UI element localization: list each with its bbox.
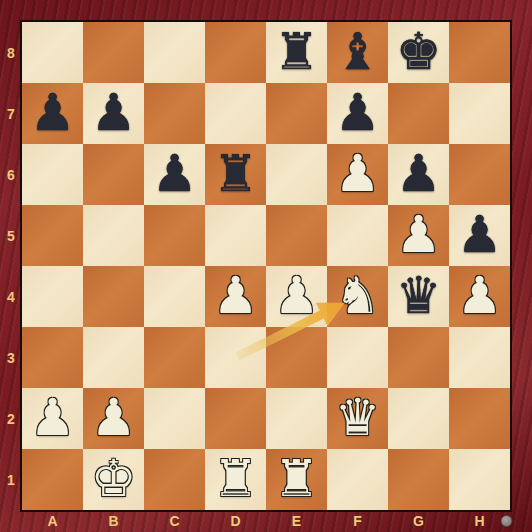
- square-h8[interactable]: [449, 22, 510, 83]
- rank-label-3: 3: [0, 327, 22, 388]
- square-c3[interactable]: [144, 327, 205, 388]
- white-pawn[interactable]: ♟: [22, 388, 83, 449]
- square-f4[interactable]: ♞: [327, 266, 388, 327]
- white-pawn[interactable]: ♟: [205, 266, 266, 327]
- square-a3[interactable]: [22, 327, 83, 388]
- black-rook[interactable]: ♜: [205, 144, 266, 205]
- file-label-e: E: [266, 510, 327, 532]
- square-b6[interactable]: [83, 144, 144, 205]
- black-bishop[interactable]: ♝: [327, 22, 388, 83]
- square-e8[interactable]: ♜: [266, 22, 327, 83]
- rank-label-2: 2: [0, 388, 22, 449]
- square-f1[interactable]: [327, 449, 388, 510]
- square-b2[interactable]: ♟: [83, 388, 144, 449]
- square-g1[interactable]: [388, 449, 449, 510]
- square-c4[interactable]: [144, 266, 205, 327]
- rank-label-4: 4: [0, 266, 22, 327]
- square-e5[interactable]: [266, 205, 327, 266]
- black-pawn[interactable]: ♟: [83, 83, 144, 144]
- square-h4[interactable]: ♟: [449, 266, 510, 327]
- file-labels: ABCDEFGH: [22, 510, 510, 532]
- white-rook[interactable]: ♜: [266, 449, 327, 510]
- square-a7[interactable]: ♟: [22, 83, 83, 144]
- file-label-g: G: [388, 510, 449, 532]
- square-e6[interactable]: [266, 144, 327, 205]
- white-queen[interactable]: ♛: [327, 388, 388, 449]
- rank-label-7: 7: [0, 83, 22, 144]
- square-g2[interactable]: [388, 388, 449, 449]
- white-pawn[interactable]: ♟: [266, 266, 327, 327]
- square-g5[interactable]: ♟: [388, 205, 449, 266]
- square-c6[interactable]: ♟: [144, 144, 205, 205]
- square-g3[interactable]: [388, 327, 449, 388]
- square-h1[interactable]: [449, 449, 510, 510]
- white-pawn[interactable]: ♟: [83, 388, 144, 449]
- white-pawn[interactable]: ♟: [449, 266, 510, 327]
- square-a2[interactable]: ♟: [22, 388, 83, 449]
- square-d7[interactable]: [205, 83, 266, 144]
- black-pawn[interactable]: ♟: [388, 144, 449, 205]
- rank-label-5: 5: [0, 205, 22, 266]
- square-h7[interactable]: [449, 83, 510, 144]
- square-e2[interactable]: [266, 388, 327, 449]
- square-c8[interactable]: [144, 22, 205, 83]
- square-g4[interactable]: ♛: [388, 266, 449, 327]
- black-pawn[interactable]: ♟: [327, 83, 388, 144]
- white-pawn[interactable]: ♟: [327, 144, 388, 205]
- white-knight[interactable]: ♞: [327, 266, 388, 327]
- white-rook[interactable]: ♜: [205, 449, 266, 510]
- square-e3[interactable]: [266, 327, 327, 388]
- square-c7[interactable]: [144, 83, 205, 144]
- square-e1[interactable]: ♜: [266, 449, 327, 510]
- square-c2[interactable]: [144, 388, 205, 449]
- file-label-f: F: [327, 510, 388, 532]
- square-b3[interactable]: [83, 327, 144, 388]
- square-f7[interactable]: ♟: [327, 83, 388, 144]
- square-c1[interactable]: [144, 449, 205, 510]
- square-b5[interactable]: [83, 205, 144, 266]
- white-pawn[interactable]: ♟: [388, 205, 449, 266]
- square-h5[interactable]: ♟: [449, 205, 510, 266]
- square-b7[interactable]: ♟: [83, 83, 144, 144]
- square-h3[interactable]: [449, 327, 510, 388]
- black-pawn[interactable]: ♟: [144, 144, 205, 205]
- rank-labels: 87654321: [0, 22, 22, 510]
- square-f5[interactable]: [327, 205, 388, 266]
- square-e7[interactable]: [266, 83, 327, 144]
- square-e4[interactable]: ♟: [266, 266, 327, 327]
- square-d3[interactable]: [205, 327, 266, 388]
- square-g7[interactable]: [388, 83, 449, 144]
- chess-board[interactable]: ♜♝♚♟♟♟♟♜♟♟♟♟♟♟♞♛♟♟♟♛♚♜♜: [22, 22, 510, 510]
- square-f8[interactable]: ♝: [327, 22, 388, 83]
- square-f3[interactable]: [327, 327, 388, 388]
- square-a6[interactable]: [22, 144, 83, 205]
- square-b8[interactable]: [83, 22, 144, 83]
- square-d5[interactable]: [205, 205, 266, 266]
- rank-label-8: 8: [0, 22, 22, 83]
- square-h6[interactable]: [449, 144, 510, 205]
- square-d8[interactable]: [205, 22, 266, 83]
- square-b4[interactable]: [83, 266, 144, 327]
- square-d1[interactable]: ♜: [205, 449, 266, 510]
- chess-board-window: 87654321 ABCDEFGH ♜♝♚♟♟♟♟♜♟♟♟♟♟♟♞♛♟♟♟♛♚♜…: [0, 0, 532, 532]
- square-f6[interactable]: ♟: [327, 144, 388, 205]
- white-king[interactable]: ♚: [83, 449, 144, 510]
- square-f2[interactable]: ♛: [327, 388, 388, 449]
- rank-label-6: 6: [0, 144, 22, 205]
- square-d4[interactable]: ♟: [205, 266, 266, 327]
- square-b1[interactable]: ♚: [83, 449, 144, 510]
- square-a5[interactable]: [22, 205, 83, 266]
- file-label-b: B: [83, 510, 144, 532]
- black-queen[interactable]: ♛: [388, 266, 449, 327]
- square-h2[interactable]: [449, 388, 510, 449]
- file-label-d: D: [205, 510, 266, 532]
- square-a1[interactable]: [22, 449, 83, 510]
- square-d6[interactable]: ♜: [205, 144, 266, 205]
- square-a8[interactable]: [22, 22, 83, 83]
- square-a4[interactable]: [22, 266, 83, 327]
- black-pawn[interactable]: ♟: [22, 83, 83, 144]
- square-g8[interactable]: ♚: [388, 22, 449, 83]
- rank-label-1: 1: [0, 449, 22, 510]
- file-label-h: H: [449, 510, 510, 532]
- file-label-c: C: [144, 510, 205, 532]
- file-label-a: A: [22, 510, 83, 532]
- square-d2[interactable]: [205, 388, 266, 449]
- black-king[interactable]: ♚: [388, 22, 449, 83]
- black-pawn[interactable]: ♟: [449, 205, 510, 266]
- black-rook[interactable]: ♜: [266, 22, 327, 83]
- square-g6[interactable]: ♟: [388, 144, 449, 205]
- square-c5[interactable]: [144, 205, 205, 266]
